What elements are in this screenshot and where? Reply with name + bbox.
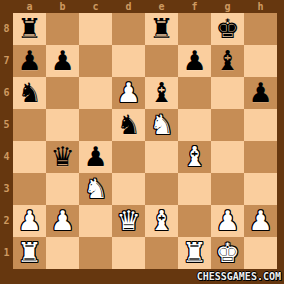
square-b4: ♛ <box>46 141 79 173</box>
piece-black-bishop-e6: ♝ <box>145 77 178 109</box>
rank-label-5: 5 <box>0 109 13 141</box>
square-d6: ♟ <box>112 77 145 109</box>
square-d2: ♛ <box>112 205 145 237</box>
square-f8 <box>178 13 211 45</box>
square-a4 <box>13 141 46 173</box>
square-d8 <box>112 13 145 45</box>
square-h3 <box>244 173 277 205</box>
piece-white-rook-f1: ♜ <box>178 237 211 269</box>
square-b6 <box>46 77 79 109</box>
square-d3 <box>112 173 145 205</box>
piece-white-pawn-g2: ♟ <box>211 205 244 237</box>
square-h6: ♟ <box>244 77 277 109</box>
file-label-a: a <box>13 0 46 13</box>
piece-black-pawn-f7: ♟ <box>178 45 211 77</box>
piece-black-rook-a8: ♜ <box>13 13 46 45</box>
square-e2: ♝ <box>145 205 178 237</box>
square-e5: ♞ <box>145 109 178 141</box>
square-e4 <box>145 141 178 173</box>
square-b1 <box>46 237 79 269</box>
square-g2: ♟ <box>211 205 244 237</box>
square-g1: ♚ <box>211 237 244 269</box>
square-b5 <box>46 109 79 141</box>
piece-black-pawn-b7: ♟ <box>46 45 79 77</box>
square-c6 <box>79 77 112 109</box>
square-f5 <box>178 109 211 141</box>
piece-white-queen-d2: ♛ <box>112 205 145 237</box>
file-label-d: d <box>112 0 145 13</box>
rank-label-6: 6 <box>0 77 13 109</box>
piece-white-pawn-b2: ♟ <box>46 205 79 237</box>
file-label-h: h <box>244 0 277 13</box>
piece-black-knight-a6: ♞ <box>13 77 46 109</box>
file-label-e: e <box>145 0 178 13</box>
square-h1 <box>244 237 277 269</box>
piece-white-bishop-f4: ♝ <box>178 141 211 173</box>
piece-white-rook-a1: ♜ <box>13 237 46 269</box>
square-c7 <box>79 45 112 77</box>
rank-label-2: 2 <box>0 205 13 237</box>
square-a2: ♟ <box>13 205 46 237</box>
piece-white-knight-c3: ♞ <box>79 173 112 205</box>
square-e7 <box>145 45 178 77</box>
file-label-g: g <box>211 0 244 13</box>
square-g5 <box>211 109 244 141</box>
chess-diagram: abcdefgh 87654321 ♜♜♚♟♟♟♝♞♟♝♟♞♞♛♟♝♞♟♟♛♝♟… <box>0 0 284 284</box>
square-a6: ♞ <box>13 77 46 109</box>
square-h7 <box>244 45 277 77</box>
piece-black-knight-d5: ♞ <box>112 109 145 141</box>
square-e6: ♝ <box>145 77 178 109</box>
rank-label-3: 3 <box>0 173 13 205</box>
rank-label-8: 8 <box>0 13 13 45</box>
square-h2: ♟ <box>244 205 277 237</box>
piece-black-rook-e8: ♜ <box>145 13 178 45</box>
piece-black-pawn-h6: ♟ <box>244 77 277 109</box>
square-c3: ♞ <box>79 173 112 205</box>
square-h4 <box>244 141 277 173</box>
square-g6 <box>211 77 244 109</box>
square-c4: ♟ <box>79 141 112 173</box>
watermark: CHESSGAMES.COM <box>197 270 281 283</box>
piece-black-bishop-g7: ♝ <box>211 45 244 77</box>
square-e1 <box>145 237 178 269</box>
piece-white-king-g1: ♚ <box>211 237 244 269</box>
square-b3 <box>46 173 79 205</box>
square-h8 <box>244 13 277 45</box>
square-f1: ♜ <box>178 237 211 269</box>
square-a3 <box>13 173 46 205</box>
square-f6 <box>178 77 211 109</box>
piece-white-knight-e5: ♞ <box>145 109 178 141</box>
square-f4: ♝ <box>178 141 211 173</box>
square-e8: ♜ <box>145 13 178 45</box>
square-c5 <box>79 109 112 141</box>
piece-white-bishop-e2: ♝ <box>145 205 178 237</box>
rank-label-7: 7 <box>0 45 13 77</box>
square-d5: ♞ <box>112 109 145 141</box>
rank-label-4: 4 <box>0 141 13 173</box>
square-f7: ♟ <box>178 45 211 77</box>
square-f3 <box>178 173 211 205</box>
square-c8 <box>79 13 112 45</box>
square-d7 <box>112 45 145 77</box>
file-label-c: c <box>79 0 112 13</box>
file-label-b: b <box>46 0 79 13</box>
square-g8: ♚ <box>211 13 244 45</box>
square-d1 <box>112 237 145 269</box>
square-g3 <box>211 173 244 205</box>
piece-black-king-g8: ♚ <box>211 13 244 45</box>
square-a5 <box>13 109 46 141</box>
piece-white-pawn-h2: ♟ <box>244 205 277 237</box>
piece-black-pawn-a7: ♟ <box>13 45 46 77</box>
square-a8: ♜ <box>13 13 46 45</box>
piece-white-pawn-d6: ♟ <box>112 77 145 109</box>
square-c1 <box>79 237 112 269</box>
rank-label-1: 1 <box>0 237 13 269</box>
piece-white-pawn-a2: ♟ <box>13 205 46 237</box>
square-b8 <box>46 13 79 45</box>
square-f2 <box>178 205 211 237</box>
square-g7: ♝ <box>211 45 244 77</box>
square-g4 <box>211 141 244 173</box>
square-h5 <box>244 109 277 141</box>
chess-board: ♜♜♚♟♟♟♝♞♟♝♟♞♞♛♟♝♞♟♟♛♝♟♟♜♜♚ <box>13 13 277 269</box>
piece-black-queen-b4: ♛ <box>46 141 79 173</box>
square-e3 <box>145 173 178 205</box>
square-a7: ♟ <box>13 45 46 77</box>
square-c2 <box>79 205 112 237</box>
square-a1: ♜ <box>13 237 46 269</box>
file-label-f: f <box>178 0 211 13</box>
square-b7: ♟ <box>46 45 79 77</box>
square-b2: ♟ <box>46 205 79 237</box>
piece-black-pawn-c4: ♟ <box>79 141 112 173</box>
square-d4 <box>112 141 145 173</box>
